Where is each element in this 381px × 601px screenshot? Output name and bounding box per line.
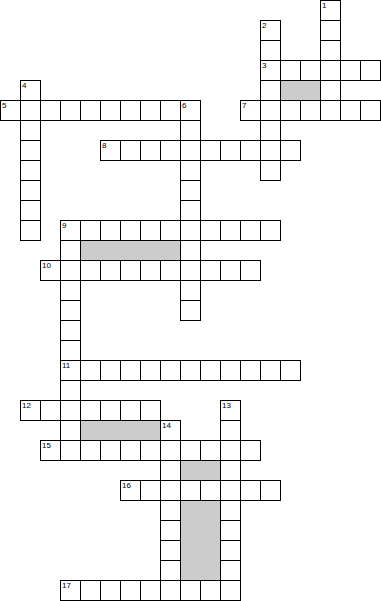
cell-r8-c1[interactable] xyxy=(20,160,41,181)
cell-r3-c15[interactable] xyxy=(300,60,321,81)
cell-r11-c12[interactable] xyxy=(240,220,261,241)
cell-r5-c1[interactable] xyxy=(20,100,41,121)
cell-r7-c13[interactable] xyxy=(260,140,281,161)
cell-r11-c9[interactable] xyxy=(180,220,201,241)
cell-r22-c3[interactable] xyxy=(60,440,81,461)
shaded-region-3[interactable] xyxy=(80,420,161,441)
cell-r11-c8[interactable] xyxy=(160,220,181,241)
cell-r24-c12[interactable] xyxy=(240,480,261,501)
cell-r7-c5[interactable] xyxy=(100,140,121,161)
cell-r21-c11[interactable] xyxy=(220,420,241,441)
cell-r18-c12[interactable] xyxy=(240,360,261,381)
cell-r1-c13[interactable] xyxy=(260,20,281,41)
cell-r13-c7[interactable] xyxy=(140,260,161,281)
cell-r7-c8[interactable] xyxy=(160,140,181,161)
cell-r11-c6[interactable] xyxy=(120,220,141,241)
cell-r11-c3[interactable] xyxy=(60,220,81,241)
cell-r11-c1[interactable] xyxy=(20,220,41,241)
cell-r18-c8[interactable] xyxy=(160,360,181,381)
cell-r1-c16[interactable] xyxy=(320,20,341,41)
cell-r14-c9[interactable] xyxy=(180,280,201,301)
cell-r5-c17[interactable] xyxy=(340,100,361,121)
cell-r15-c3[interactable] xyxy=(60,300,81,321)
cell-r23-c8[interactable] xyxy=(160,460,181,481)
cell-r21-c3[interactable] xyxy=(60,420,81,441)
cell-r22-c7[interactable] xyxy=(140,440,161,461)
cell-r18-c11[interactable] xyxy=(220,360,241,381)
cell-r22-c2[interactable] xyxy=(40,440,61,461)
cell-r29-c9[interactable] xyxy=(180,580,201,601)
cell-r2-c13[interactable] xyxy=(260,40,281,61)
cell-r29-c8[interactable] xyxy=(160,580,181,601)
cell-r5-c9[interactable] xyxy=(180,100,201,121)
cell-r5-c15[interactable] xyxy=(300,100,321,121)
cell-r18-c9[interactable] xyxy=(180,360,201,381)
cell-r13-c12[interactable] xyxy=(240,260,261,281)
cell-r22-c11[interactable] xyxy=(220,440,241,461)
cell-r18-c3[interactable] xyxy=(60,360,81,381)
cell-r13-c10[interactable] xyxy=(200,260,221,281)
cell-r7-c11[interactable] xyxy=(220,140,241,161)
cell-r7-c6[interactable] xyxy=(120,140,141,161)
cell-r5-c14[interactable] xyxy=(280,100,301,121)
cell-r20-c1[interactable] xyxy=(20,400,41,421)
cell-r27-c11[interactable] xyxy=(220,540,241,561)
cell-r5-c13[interactable] xyxy=(260,100,281,121)
cell-r6-c13[interactable] xyxy=(260,120,281,141)
cell-r23-c11[interactable] xyxy=(220,460,241,481)
cell-r20-c11[interactable] xyxy=(220,400,241,421)
cell-r2-c16[interactable] xyxy=(320,40,341,61)
cell-r7-c1[interactable] xyxy=(20,140,41,161)
cell-r20-c2[interactable] xyxy=(40,400,61,421)
cell-r28-c11[interactable] xyxy=(220,560,241,581)
cell-r7-c10[interactable] xyxy=(200,140,221,161)
cell-r13-c5[interactable] xyxy=(100,260,121,281)
cell-r24-c7[interactable] xyxy=(140,480,161,501)
cell-r13-c3[interactable] xyxy=(60,260,81,281)
cell-r8-c9[interactable] xyxy=(180,160,201,181)
cell-r4-c1[interactable] xyxy=(20,80,41,101)
cell-r15-c9[interactable] xyxy=(180,300,201,321)
cell-r4-c16[interactable] xyxy=(320,80,341,101)
cell-r28-c8[interactable] xyxy=(160,560,181,581)
cell-r18-c14[interactable] xyxy=(280,360,301,381)
cell-r5-c8[interactable] xyxy=(160,100,181,121)
cell-r12-c3[interactable] xyxy=(60,240,81,261)
cell-r3-c17[interactable] xyxy=(340,60,361,81)
cell-r24-c6[interactable] xyxy=(120,480,141,501)
cell-r5-c0[interactable] xyxy=(0,100,21,121)
cell-r25-c8[interactable] xyxy=(160,500,181,521)
cell-r17-c3[interactable] xyxy=(60,340,81,361)
cell-r4-c13[interactable] xyxy=(260,80,281,101)
cell-r26-c8[interactable] xyxy=(160,520,181,541)
cell-r7-c9[interactable] xyxy=(180,140,201,161)
cell-r3-c14[interactable] xyxy=(280,60,301,81)
cell-r24-c13[interactable] xyxy=(260,480,281,501)
cell-r3-c18[interactable] xyxy=(360,60,381,81)
cell-r11-c5[interactable] xyxy=(100,220,121,241)
cell-r5-c12[interactable] xyxy=(240,100,261,121)
cell-r7-c14[interactable] xyxy=(280,140,301,161)
cell-r20-c3[interactable] xyxy=(60,400,81,421)
cell-r19-c3[interactable] xyxy=(60,380,81,401)
cell-r26-c11[interactable] xyxy=(220,520,241,541)
cell-r13-c2[interactable] xyxy=(40,260,61,281)
cell-r25-c11[interactable] xyxy=(220,500,241,521)
cell-r20-c5[interactable] xyxy=(100,400,121,421)
cell-r29-c7[interactable] xyxy=(140,580,161,601)
cell-r14-c3[interactable] xyxy=(60,280,81,301)
cell-r5-c6[interactable] xyxy=(120,100,141,121)
cell-r8-c13[interactable] xyxy=(260,160,281,181)
cell-r18-c5[interactable] xyxy=(100,360,121,381)
cell-r11-c13[interactable] xyxy=(260,220,281,241)
cell-r22-c6[interactable] xyxy=(120,440,141,461)
cell-r18-c6[interactable] xyxy=(120,360,141,381)
cell-r22-c5[interactable] xyxy=(100,440,121,461)
cell-r22-c9[interactable] xyxy=(180,440,201,461)
cell-r5-c4[interactable] xyxy=(80,100,101,121)
cell-r27-c8[interactable] xyxy=(160,540,181,561)
cell-r7-c12[interactable] xyxy=(240,140,261,161)
cell-r3-c16[interactable] xyxy=(320,60,341,81)
cell-r29-c5[interactable] xyxy=(100,580,121,601)
cell-r11-c10[interactable] xyxy=(200,220,221,241)
cell-r9-c1[interactable] xyxy=(20,180,41,201)
cell-r13-c4[interactable] xyxy=(80,260,101,281)
cell-r12-c9[interactable] xyxy=(180,240,201,261)
cell-r6-c9[interactable] xyxy=(180,120,201,141)
shaded-region-1[interactable] xyxy=(280,80,321,101)
cell-r13-c6[interactable] xyxy=(120,260,141,281)
cell-r29-c10[interactable] xyxy=(200,580,221,601)
cell-r29-c3[interactable] xyxy=(60,580,81,601)
cell-r5-c16[interactable] xyxy=(320,100,341,121)
cell-r24-c8[interactable] xyxy=(160,480,181,501)
cell-r5-c2[interactable] xyxy=(40,100,61,121)
cell-r29-c11[interactable] xyxy=(220,580,241,601)
cell-r22-c8[interactable] xyxy=(160,440,181,461)
cell-r24-c10[interactable] xyxy=(200,480,221,501)
shaded-region-4[interactable] xyxy=(180,460,221,481)
cell-r13-c8[interactable] xyxy=(160,260,181,281)
crossword-grid[interactable]: 1234567891011121314151617 xyxy=(0,0,381,601)
cell-r5-c5[interactable] xyxy=(100,100,121,121)
cell-r18-c13[interactable] xyxy=(260,360,281,381)
cell-r18-c10[interactable] xyxy=(200,360,221,381)
cell-r16-c3[interactable] xyxy=(60,320,81,341)
shaded-region-2[interactable] xyxy=(80,240,181,261)
cell-r21-c8[interactable] xyxy=(160,420,181,441)
cell-r18-c7[interactable] xyxy=(140,360,161,381)
cell-r10-c9[interactable] xyxy=(180,200,201,221)
cell-r9-c9[interactable] xyxy=(180,180,201,201)
cell-r7-c7[interactable] xyxy=(140,140,161,161)
cell-r22-c10[interactable] xyxy=(200,440,221,461)
cell-r10-c1[interactable] xyxy=(20,200,41,221)
cell-r20-c4[interactable] xyxy=(80,400,101,421)
cell-r0-c16[interactable] xyxy=(320,0,341,21)
cell-r5-c3[interactable] xyxy=(60,100,81,121)
cell-r29-c4[interactable] xyxy=(80,580,101,601)
cell-r6-c1[interactable] xyxy=(20,120,41,141)
cell-r24-c11[interactable] xyxy=(220,480,241,501)
cell-r18-c4[interactable] xyxy=(80,360,101,381)
cell-r22-c12[interactable] xyxy=(240,440,261,461)
cell-r29-c6[interactable] xyxy=(120,580,141,601)
cell-r20-c6[interactable] xyxy=(120,400,141,421)
cell-r11-c4[interactable] xyxy=(80,220,101,241)
cell-r13-c11[interactable] xyxy=(220,260,241,281)
cell-r22-c4[interactable] xyxy=(80,440,101,461)
cell-r24-c9[interactable] xyxy=(180,480,201,501)
shaded-region-5[interactable] xyxy=(180,500,221,581)
cell-r13-c9[interactable] xyxy=(180,260,201,281)
cell-r11-c11[interactable] xyxy=(220,220,241,241)
cell-r20-c7[interactable] xyxy=(140,400,161,421)
cell-r5-c7[interactable] xyxy=(140,100,161,121)
cell-r3-c13[interactable] xyxy=(260,60,281,81)
cell-r11-c7[interactable] xyxy=(140,220,161,241)
cell-r5-c18[interactable] xyxy=(360,100,381,121)
